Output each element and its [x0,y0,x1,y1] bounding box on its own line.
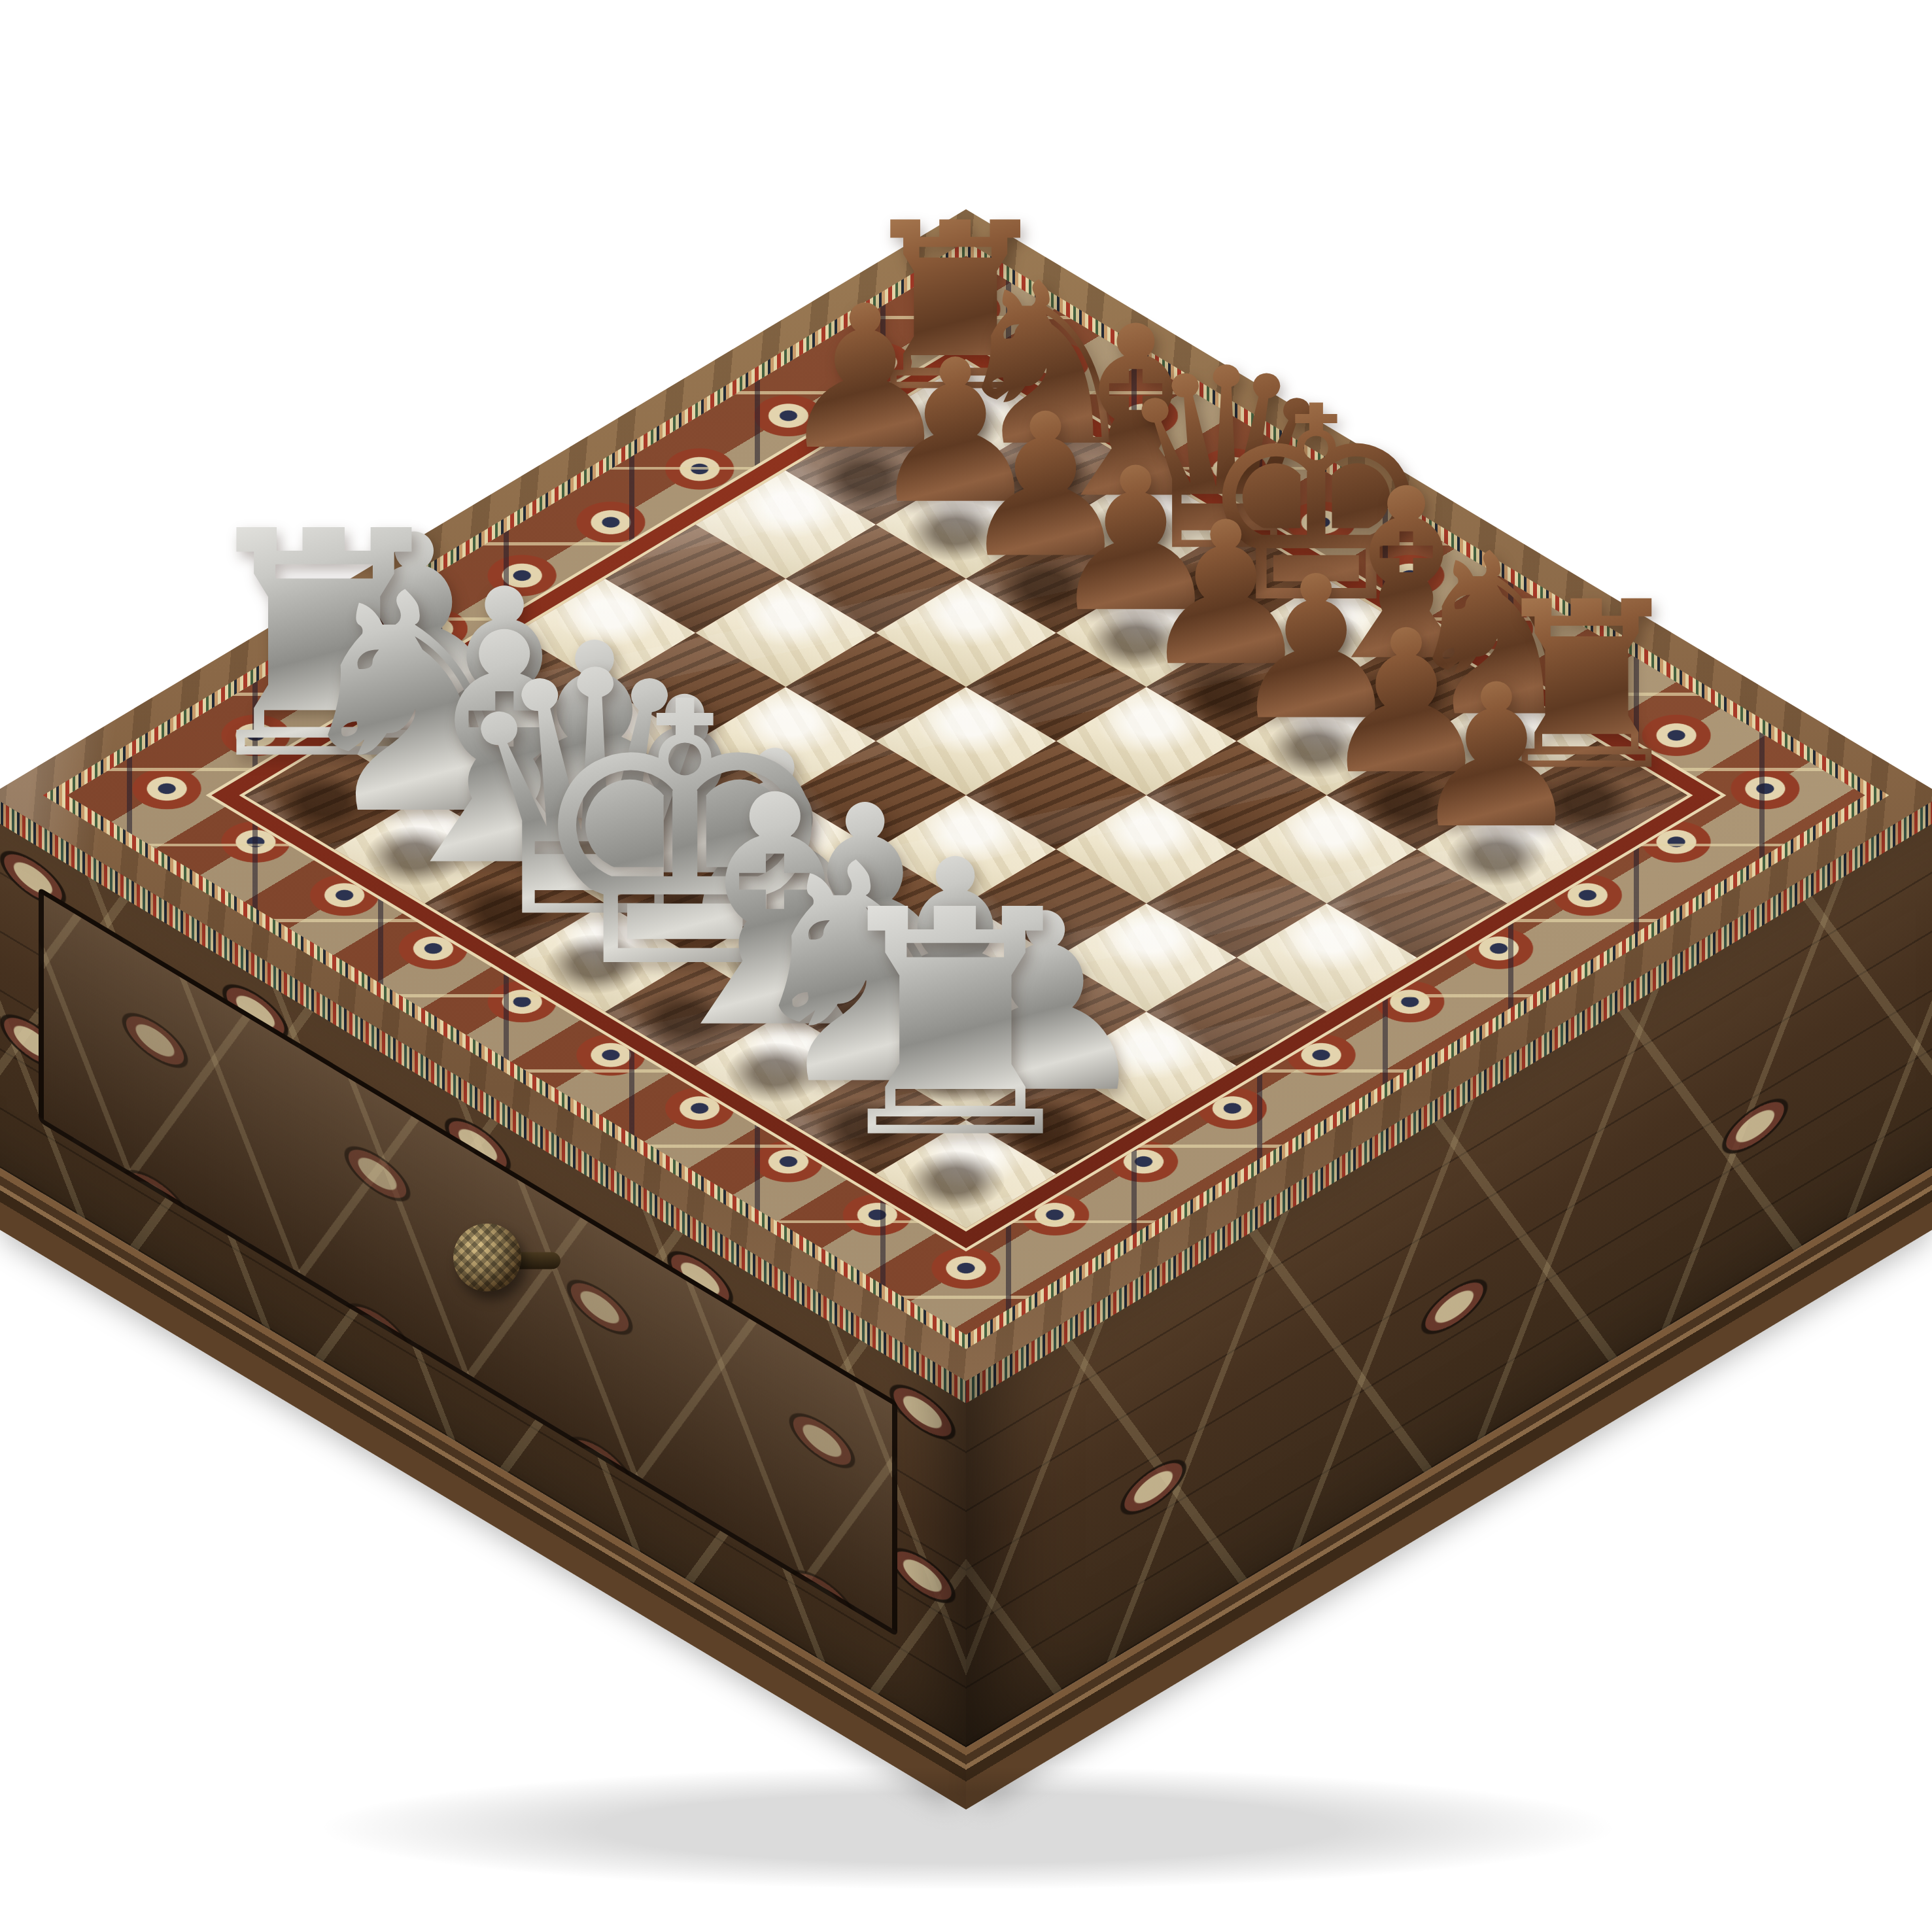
floor-shadow [314,1766,1622,1890]
piece-cell-h1: ♜ [876,1120,1056,1228]
drawer-knob[interactable] [453,1224,521,1292]
product-photo-scene: ♜♞♝♛♚♝♞♜♟♟♟♟♟♟♟♟♟♟♟♟♟♟♟♟♜♞♝♛♚♝♞♜ [0,0,1932,1932]
piece-black-pawn[interactable]: ♟ [1407,659,1585,856]
piece-white-rook[interactable]: ♜ [816,869,1095,1181]
